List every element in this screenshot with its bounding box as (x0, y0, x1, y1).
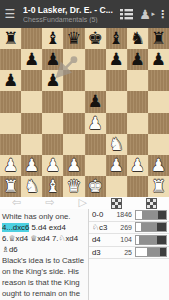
autoplay-button[interactable]: ▷ (78, 197, 86, 209)
square-a8[interactable]: ♜ (0, 28, 21, 49)
arrow-left-icon: ⇦ (12, 196, 21, 209)
square-g8[interactable]: ♞ (127, 28, 148, 49)
square-h7[interactable]: ♟ (148, 49, 169, 70)
book-move-label: d4 (92, 235, 114, 244)
arrow-right-icon: ⇨ (45, 196, 54, 209)
hamburger-icon: ☰ (5, 7, 16, 21)
white-p-piece: ♟ (63, 155, 84, 176)
black-p-piece: ♟ (148, 49, 169, 70)
page-title: 1-0 Lasker, Dr. E. - C... (23, 5, 120, 15)
black-k-piece: ♚ (85, 28, 106, 49)
square-e4[interactable]: ♟ (85, 113, 106, 134)
book-move-count: 1846 (114, 211, 132, 218)
square-g3[interactable] (127, 134, 148, 155)
next-game-button[interactable] (146, 198, 157, 209)
square-a2[interactable]: ♟ (0, 155, 21, 176)
square-c5[interactable] (42, 91, 63, 112)
book-move-row[interactable]: ♘c3269 (89, 222, 169, 235)
pawn-icon: ♟ (139, 8, 151, 21)
white-q-piece: ♛ (63, 176, 84, 197)
square-e5[interactable]: ♟ (85, 91, 106, 112)
square-f4[interactable] (106, 113, 127, 134)
square-a6[interactable]: ♟ (0, 70, 21, 91)
square-e8[interactable]: ♚ (85, 28, 106, 49)
black-p-piece: ♟ (21, 49, 42, 70)
square-d4[interactable] (63, 113, 84, 134)
white-wins-segment (136, 248, 147, 256)
square-b4[interactable] (21, 113, 42, 134)
square-h6[interactable] (148, 70, 169, 91)
black-r-piece: ♜ (0, 28, 21, 49)
draws-segment (142, 211, 158, 219)
black-n-piece: ♞ (127, 28, 148, 49)
book-move-row[interactable]: d4104 (89, 234, 169, 247)
black-p-piece: ♟ (42, 49, 63, 70)
square-g4[interactable] (127, 113, 148, 134)
white-p-piece: ♟ (42, 155, 63, 176)
header-actions: ♟ ▸ ⋮ (120, 0, 169, 28)
black-wins-segment (157, 223, 166, 231)
black-q-piece: ♛ (63, 28, 84, 49)
black-p-piece: ♟ (42, 70, 63, 91)
square-b6[interactable] (21, 70, 42, 91)
bottom-panel: White has only one. 4...dxc6 5.d4 exd4 6… (0, 209, 169, 300)
square-f2[interactable]: ♟ (106, 155, 127, 176)
white-p-piece: ♟ (85, 113, 106, 134)
nav-toolbar: ⇦ ⇨ ▷ (0, 197, 169, 209)
white-r-piece: ♜ (148, 176, 169, 197)
square-b3[interactable] (21, 134, 42, 155)
square-c4[interactable] (42, 113, 63, 134)
white-p-piece: ♟ (21, 155, 42, 176)
square-f8[interactable]: ♝ (106, 28, 127, 49)
black-wins-segment (157, 236, 166, 244)
square-e2[interactable] (85, 155, 106, 176)
black-wins-segment (160, 248, 166, 256)
square-d3[interactable] (63, 134, 84, 155)
square-h4[interactable] (148, 113, 169, 134)
square-c1[interactable]: ♝ (42, 176, 63, 197)
menu-button[interactable]: ☰ (0, 0, 20, 28)
white-n-piece: ♞ (106, 134, 127, 155)
wdl-bar (135, 222, 167, 232)
square-h5[interactable] (148, 91, 169, 112)
black-p-piece: ♟ (0, 70, 21, 91)
white-p-piece: ♟ (0, 155, 21, 176)
square-a4[interactable] (0, 113, 21, 134)
square-d8[interactable]: ♛ (63, 28, 84, 49)
square-c8[interactable]: ♝ (42, 28, 63, 49)
book-move-row[interactable]: 0-01846 (89, 209, 169, 222)
play-outline-icon: ▷ (78, 196, 86, 209)
square-a7[interactable] (0, 49, 21, 70)
wdl-bar (135, 247, 167, 257)
square-g1[interactable] (127, 176, 148, 197)
black-b-piece: ♝ (106, 28, 127, 49)
white-p-piece: ♟ (148, 155, 169, 176)
wdl-bar (135, 235, 167, 245)
play-badge-icon: ▸ (151, 8, 155, 21)
square-a1[interactable]: ♜ (0, 176, 21, 197)
kebab-icon: ⋮ (157, 8, 165, 21)
draws-segment (147, 248, 160, 256)
chess-board[interactable]: ♜♝♛♚♝♞♜♟♟♟♟♟♟♟♟♟♞♟♟♟♟♟♟♟♜♞♝♛♚♜ (0, 28, 169, 197)
book-move-count: 269 (114, 224, 132, 231)
square-e6[interactable] (85, 70, 106, 91)
comment-text: White has only one. (2, 211, 87, 222)
wdl-bar (135, 210, 167, 220)
square-f6[interactable] (106, 70, 127, 91)
next-move-button[interactable]: ⇨ (45, 197, 54, 209)
square-d7[interactable] (63, 49, 84, 70)
header-titles: 1-0 Lasker, Dr. E. - C... ChessFundament… (20, 5, 120, 23)
current-move[interactable]: 4...dxc6 (2, 223, 29, 232)
book-move-count: 25 (114, 249, 132, 256)
square-h2[interactable]: ♟ (148, 155, 169, 176)
square-e3[interactable] (85, 134, 106, 155)
page-subtitle: ChessFundamentals (5) (23, 16, 120, 23)
white-p-piece: ♟ (127, 155, 148, 176)
square-e7[interactable] (85, 49, 106, 70)
square-f7[interactable]: ♟ (106, 49, 127, 70)
white-b-piece: ♝ (42, 176, 63, 197)
white-r-piece: ♜ (0, 176, 21, 197)
book-move-label: 0-0 (92, 210, 114, 219)
engine-button[interactable]: ♟ ▸ (139, 0, 151, 28)
square-c6[interactable]: ♟ (42, 70, 63, 91)
overflow-menu-button[interactable]: ⋮ (157, 0, 165, 28)
square-f1[interactable] (106, 176, 127, 197)
app-header: ☰ 1-0 Lasker, Dr. E. - C... ChessFundame… (0, 0, 169, 28)
comment-text-after: Black's idea is to Castle on the King's … (2, 255, 87, 300)
black-p-piece: ♟ (85, 91, 106, 112)
square-d1[interactable]: ♛ (63, 176, 84, 197)
game-list-button[interactable] (120, 0, 133, 28)
square-e1[interactable]: ♚ (85, 176, 106, 197)
black-wins-segment (158, 211, 166, 219)
square-h8[interactable]: ♜ (148, 28, 169, 49)
square-f5[interactable] (106, 91, 127, 112)
square-g7[interactable]: ♟ (127, 49, 148, 70)
white-n-piece: ♞ (21, 176, 42, 197)
draws-segment (141, 223, 158, 231)
app-window: ☰ 1-0 Lasker, Dr. E. - C... ChessFundame… (0, 0, 169, 300)
prev-move-button[interactable]: ⇦ (12, 197, 21, 209)
book-move-row[interactable]: d325 (89, 247, 169, 260)
square-g6[interactable] (127, 70, 148, 91)
square-c3[interactable] (42, 134, 63, 155)
square-b5[interactable] (21, 91, 42, 112)
black-b-piece: ♝ (42, 28, 63, 49)
prev-game-button[interactable] (111, 198, 122, 209)
book-move-label: ♘c3 (92, 223, 114, 232)
list-icon (120, 9, 133, 20)
square-h3[interactable] (148, 134, 169, 155)
square-d2[interactable]: ♟ (63, 155, 84, 176)
book-move-label: d3 (92, 248, 114, 257)
square-c2[interactable]: ♟ (42, 155, 63, 176)
square-b2[interactable]: ♟ (21, 155, 42, 176)
black-p-piece: ♟ (127, 49, 148, 70)
square-b8[interactable] (21, 28, 42, 49)
square-c7[interactable]: ♟ (42, 49, 63, 70)
opening-book-panel: 0-01846♘c3269d4104d325 (88, 209, 169, 300)
black-r-piece: ♜ (148, 28, 169, 49)
square-b1[interactable]: ♞ (21, 176, 42, 197)
square-d6[interactable] (63, 70, 84, 91)
square-a3[interactable] (0, 134, 21, 155)
white-k-piece: ♚ (85, 176, 106, 197)
square-g2[interactable]: ♟ (127, 155, 148, 176)
square-h1[interactable]: ♜ (148, 176, 169, 197)
square-a5[interactable] (0, 91, 21, 112)
square-g5[interactable] (127, 91, 148, 112)
draws-segment (139, 236, 158, 244)
square-f3[interactable]: ♞ (106, 134, 127, 155)
white-p-piece: ♟ (106, 155, 127, 176)
square-b7[interactable]: ♟ (21, 49, 42, 70)
book-move-count: 104 (114, 236, 132, 243)
annotation-panel[interactable]: White has only one. 4...dxc6 5.d4 exd4 6… (0, 209, 88, 300)
square-d5[interactable] (63, 91, 84, 112)
black-p-piece: ♟ (106, 49, 127, 70)
